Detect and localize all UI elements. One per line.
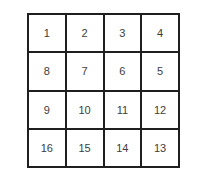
cell-r2-c4: 5	[142, 53, 178, 89]
cell-r4-c4: 13	[142, 130, 178, 166]
cell-r2-c3: 6	[105, 53, 141, 89]
number-grid-board: 1 2 3 4 8 7 6 5 9 10 11 12 16 15 14 13	[27, 13, 180, 168]
cell-r3-c4: 12	[142, 92, 178, 128]
cell-r3-c1: 9	[29, 92, 65, 128]
cell-r1-c4: 4	[142, 15, 178, 51]
cell-r4-c3: 14	[105, 130, 141, 166]
cell-r1-c1: 1	[29, 15, 65, 51]
cell-r3-c2: 10	[67, 92, 103, 128]
cell-r1-c2: 2	[67, 15, 103, 51]
cell-r2-c2: 7	[67, 53, 103, 89]
cell-r3-c3: 11	[105, 92, 141, 128]
cell-r4-c1: 16	[29, 130, 65, 166]
cell-r4-c2: 15	[67, 130, 103, 166]
cell-r2-c1: 8	[29, 53, 65, 89]
cell-r1-c3: 3	[105, 15, 141, 51]
